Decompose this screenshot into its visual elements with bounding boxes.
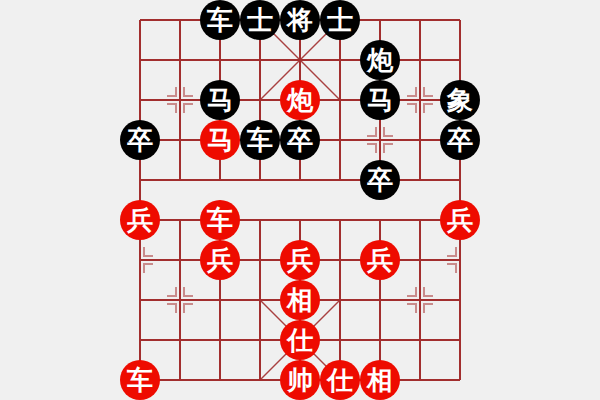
red-advisor[interactable]: 仕: [280, 320, 320, 360]
black-soldier[interactable]: 卒: [280, 120, 320, 160]
black-cannon[interactable]: 炮: [360, 40, 400, 80]
black-soldier[interactable]: 卒: [360, 160, 400, 200]
red-soldier[interactable]: 兵: [360, 240, 400, 280]
red-elephant[interactable]: 相: [360, 360, 400, 400]
red-advisor[interactable]: 仕: [320, 360, 360, 400]
black-soldier[interactable]: 卒: [120, 120, 160, 160]
black-general[interactable]: 将: [280, 0, 320, 40]
black-advisor[interactable]: 士: [320, 0, 360, 40]
red-soldier[interactable]: 兵: [200, 240, 240, 280]
red-chariot[interactable]: 车: [200, 200, 240, 240]
red-general[interactable]: 帅: [280, 360, 320, 400]
red-soldier[interactable]: 兵: [440, 200, 480, 240]
xiangqi-app: 车士将士炮马炮马象卒马车卒卒卒兵车兵兵兵兵相仕车帅仕相: [0, 0, 600, 400]
red-soldier[interactable]: 兵: [120, 200, 160, 240]
black-advisor[interactable]: 士: [240, 0, 280, 40]
red-elephant[interactable]: 相: [280, 280, 320, 320]
black-horse[interactable]: 马: [360, 80, 400, 120]
black-chariot[interactable]: 车: [240, 120, 280, 160]
red-horse[interactable]: 马: [200, 120, 240, 160]
red-chariot[interactable]: 车: [120, 360, 160, 400]
black-soldier[interactable]: 卒: [440, 120, 480, 160]
black-elephant[interactable]: 象: [440, 80, 480, 120]
black-chariot[interactable]: 车: [200, 0, 240, 40]
red-soldier[interactable]: 兵: [280, 240, 320, 280]
red-cannon[interactable]: 炮: [280, 80, 320, 120]
black-horse[interactable]: 马: [200, 80, 240, 120]
